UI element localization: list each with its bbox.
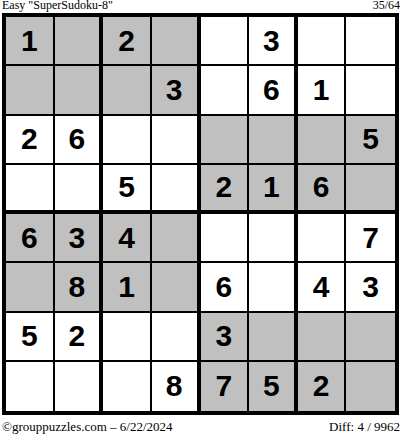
cell-r6c4[interactable] — [152, 263, 201, 312]
cell-r6c8[interactable]: 3 — [346, 263, 395, 312]
cell-r1c7[interactable] — [298, 17, 347, 66]
cell-r2c1[interactable] — [6, 66, 55, 115]
cell-r2c6[interactable]: 6 — [249, 66, 298, 115]
cell-r3c1[interactable]: 2 — [6, 116, 55, 165]
cell-counter: 35/64 — [373, 0, 400, 12]
cell-r7c8[interactable] — [346, 313, 395, 362]
cell-r8c2[interactable] — [55, 362, 104, 411]
cell-r7c5[interactable]: 3 — [201, 313, 250, 362]
cell-r5c4[interactable] — [152, 214, 201, 263]
cell-r4c4[interactable] — [152, 165, 201, 214]
cell-r5c8[interactable]: 7 — [346, 214, 395, 263]
cell-r1c8[interactable] — [346, 17, 395, 66]
cell-r8c3[interactable] — [103, 362, 152, 411]
cell-r6c2[interactable]: 8 — [55, 263, 104, 312]
cell-r7c6[interactable] — [249, 313, 298, 362]
cell-r7c2[interactable]: 2 — [55, 313, 104, 362]
difficulty-text: Diff: 4 / 9962 — [329, 419, 400, 435]
cell-r2c2[interactable] — [55, 66, 104, 115]
cell-r8c7[interactable]: 2 — [298, 362, 347, 411]
cell-r2c8[interactable] — [346, 66, 395, 115]
cell-r8c1[interactable] — [6, 362, 55, 411]
cell-r8c8[interactable] — [346, 362, 395, 411]
cell-r7c3[interactable] — [103, 313, 152, 362]
cell-r5c2[interactable]: 3 — [55, 214, 104, 263]
cell-r1c4[interactable] — [152, 17, 201, 66]
cell-r3c3[interactable] — [103, 116, 152, 165]
cell-r8c4[interactable]: 8 — [152, 362, 201, 411]
sudoku-board: 12336126552166347816435238752 — [2, 13, 399, 415]
cell-r3c8[interactable]: 5 — [346, 116, 395, 165]
cell-r6c1[interactable] — [6, 263, 55, 312]
cell-r3c7[interactable] — [298, 116, 347, 165]
cell-r3c5[interactable] — [201, 116, 250, 165]
cell-r7c1[interactable]: 5 — [6, 313, 55, 362]
cell-r6c6[interactable] — [249, 263, 298, 312]
puzzle-page: Easy "SuperSudoku-8" 35/64 1233612655216… — [0, 0, 403, 437]
cell-r4c5[interactable]: 2 — [201, 165, 250, 214]
cell-r7c7[interactable] — [298, 313, 347, 362]
cell-r6c5[interactable]: 6 — [201, 263, 250, 312]
cell-r2c5[interactable] — [201, 66, 250, 115]
cell-r3c2[interactable]: 6 — [55, 116, 104, 165]
cell-r1c6[interactable]: 3 — [249, 17, 298, 66]
cell-r1c2[interactable] — [55, 17, 104, 66]
cell-r4c8[interactable] — [346, 165, 395, 214]
cell-r8c6[interactable]: 5 — [249, 362, 298, 411]
cell-r7c4[interactable] — [152, 313, 201, 362]
page-footer: ©grouppuzzles.com – 6/22/2024 Diff: 4 / … — [2, 419, 400, 435]
cell-r3c4[interactable] — [152, 116, 201, 165]
cell-r6c3[interactable]: 1 — [103, 263, 152, 312]
cell-r4c1[interactable] — [6, 165, 55, 214]
copyright-text: ©grouppuzzles.com – 6/22/2024 — [2, 419, 173, 435]
cell-r5c3[interactable]: 4 — [103, 214, 152, 263]
cell-r5c7[interactable] — [298, 214, 347, 263]
cell-r5c6[interactable] — [249, 214, 298, 263]
cell-r5c1[interactable]: 6 — [6, 214, 55, 263]
puzzle-title: Easy "SuperSudoku-8" — [2, 0, 113, 12]
cell-r1c5[interactable] — [201, 17, 250, 66]
cell-r2c3[interactable] — [103, 66, 152, 115]
cell-r1c3[interactable]: 2 — [103, 17, 152, 66]
cell-r5c5[interactable] — [201, 214, 250, 263]
cell-r4c7[interactable]: 6 — [298, 165, 347, 214]
cell-r2c7[interactable]: 1 — [298, 66, 347, 115]
cell-r4c2[interactable] — [55, 165, 104, 214]
cell-r6c7[interactable]: 4 — [298, 263, 347, 312]
cell-r8c5[interactable]: 7 — [201, 362, 250, 411]
cell-r1c1[interactable]: 1 — [6, 17, 55, 66]
cell-r4c3[interactable]: 5 — [103, 165, 152, 214]
cell-r4c6[interactable]: 1 — [249, 165, 298, 214]
page-header: Easy "SuperSudoku-8" 35/64 — [2, 0, 400, 12]
cell-r2c4[interactable]: 3 — [152, 66, 201, 115]
cell-r3c6[interactable] — [249, 116, 298, 165]
